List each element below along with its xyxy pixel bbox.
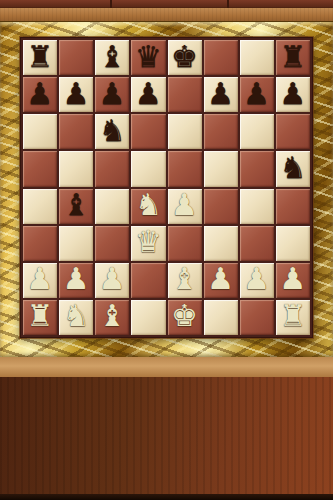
square-c8[interactable]: ♝ [95, 40, 129, 75]
square-h4[interactable] [276, 189, 310, 224]
piece-black-pawn[interactable]: ♟ [27, 79, 54, 109]
square-h6[interactable] [276, 114, 310, 149]
top-wood-strip [0, 8, 333, 22]
square-d8[interactable]: ♛ [131, 40, 165, 75]
piece-white-bishop[interactable]: ♝ [171, 264, 198, 294]
piece-white-knight[interactable]: ♞ [63, 301, 90, 331]
square-h7[interactable]: ♟ [276, 77, 310, 112]
piece-white-bishop[interactable]: ♝ [99, 301, 126, 331]
square-f7[interactable]: ♟ [204, 77, 238, 112]
square-f4[interactable] [204, 189, 238, 224]
piece-black-knight[interactable]: ♞ [99, 116, 126, 146]
square-a4[interactable] [23, 189, 57, 224]
square-f2[interactable]: ♟ [204, 263, 238, 298]
piece-black-bishop[interactable]: ♝ [63, 190, 90, 220]
square-f5[interactable] [204, 151, 238, 186]
square-h3[interactable] [276, 226, 310, 261]
square-e5[interactable] [168, 151, 202, 186]
piece-black-rook[interactable]: ♜ [279, 42, 306, 72]
square-c5[interactable] [95, 151, 129, 186]
square-d3[interactable]: ♛ [131, 226, 165, 261]
chess-board[interactable]: ♜♝♛♚♜♟♟♟♟♟♟♟♞♞♝♞♟♛♟♟♟♝♟♟♟♜♞♝♚♜ [20, 37, 313, 338]
piece-white-pawn[interactable]: ♟ [279, 264, 306, 294]
piece-black-pawn[interactable]: ♟ [135, 79, 162, 109]
square-e1[interactable]: ♚ [168, 300, 202, 335]
piece-black-pawn[interactable]: ♟ [243, 79, 270, 109]
square-a2[interactable]: ♟ [23, 263, 57, 298]
square-d1[interactable] [131, 300, 165, 335]
square-b8[interactable] [59, 40, 93, 75]
square-a6[interactable] [23, 114, 57, 149]
chess-app-screen: ♜♝♛♚♜♟♟♟♟♟♟♟♞♞♝♞♟♛♟♟♟♝♟♟♟♜♞♝♚♜ 121234567… [0, 0, 333, 500]
square-b3[interactable] [59, 226, 93, 261]
square-f3[interactable] [204, 226, 238, 261]
square-d7[interactable]: ♟ [131, 77, 165, 112]
piece-black-pawn[interactable]: ♟ [99, 79, 126, 109]
square-d5[interactable] [131, 151, 165, 186]
piece-black-pawn[interactable]: ♟ [279, 79, 306, 109]
square-b4[interactable]: ♝ [59, 189, 93, 224]
piece-white-rook[interactable]: ♜ [27, 301, 54, 331]
square-a8[interactable]: ♜ [23, 40, 57, 75]
plank-seam [227, 0, 229, 8]
square-h8[interactable]: ♜ [276, 40, 310, 75]
piece-black-queen[interactable]: ♛ [135, 42, 162, 72]
square-c2[interactable]: ♟ [95, 263, 129, 298]
square-c7[interactable]: ♟ [95, 77, 129, 112]
square-a7[interactable]: ♟ [23, 77, 57, 112]
square-g4[interactable] [240, 189, 274, 224]
square-e4[interactable]: ♟ [168, 189, 202, 224]
piece-white-pawn[interactable]: ♟ [63, 264, 90, 294]
piece-black-bishop[interactable]: ♝ [99, 42, 126, 72]
piece-white-rook[interactable]: ♜ [279, 301, 306, 331]
square-c3[interactable] [95, 226, 129, 261]
square-e7[interactable] [168, 77, 202, 112]
square-c6[interactable]: ♞ [95, 114, 129, 149]
piece-black-rook[interactable]: ♜ [27, 42, 54, 72]
piece-black-pawn[interactable]: ♟ [207, 79, 234, 109]
piece-white-pawn[interactable]: ♟ [99, 264, 126, 294]
square-e6[interactable] [168, 114, 202, 149]
piece-white-pawn[interactable]: ♟ [243, 264, 270, 294]
square-g3[interactable] [240, 226, 274, 261]
square-a5[interactable] [23, 151, 57, 186]
square-h1[interactable]: ♜ [276, 300, 310, 335]
bottom-shadow-edge [0, 494, 333, 500]
piece-black-king[interactable]: ♚ [171, 42, 198, 72]
square-d2[interactable] [131, 263, 165, 298]
piece-black-pawn[interactable]: ♟ [63, 79, 90, 109]
square-c1[interactable]: ♝ [95, 300, 129, 335]
square-b7[interactable]: ♟ [59, 77, 93, 112]
square-h5[interactable]: ♞ [276, 151, 310, 186]
square-d6[interactable] [131, 114, 165, 149]
square-f1[interactable] [204, 300, 238, 335]
square-g5[interactable] [240, 151, 274, 186]
piece-white-pawn[interactable]: ♟ [171, 190, 198, 220]
square-f8[interactable] [204, 40, 238, 75]
square-f6[interactable] [204, 114, 238, 149]
piece-white-knight[interactable]: ♞ [135, 190, 162, 220]
square-e2[interactable]: ♝ [168, 263, 202, 298]
piece-black-knight[interactable]: ♞ [279, 153, 306, 183]
lower-wood-strip [0, 357, 333, 378]
square-b6[interactable] [59, 114, 93, 149]
square-g1[interactable] [240, 300, 274, 335]
piece-white-king[interactable]: ♚ [171, 301, 198, 331]
square-b2[interactable]: ♟ [59, 263, 93, 298]
square-c4[interactable] [95, 189, 129, 224]
piece-white-queen[interactable]: ♛ [135, 227, 162, 257]
square-d4[interactable]: ♞ [131, 189, 165, 224]
piece-white-pawn[interactable]: ♟ [27, 264, 54, 294]
square-g8[interactable] [240, 40, 274, 75]
square-g7[interactable]: ♟ [240, 77, 274, 112]
board-gold-frame: ♜♝♛♚♜♟♟♟♟♟♟♟♞♞♝♞♟♛♟♟♟♝♟♟♟♜♞♝♚♜ [0, 21, 333, 358]
plank-seam [110, 0, 112, 8]
piece-white-pawn[interactable]: ♟ [207, 264, 234, 294]
square-e8[interactable]: ♚ [168, 40, 202, 75]
clock-zone: 121234567891011 121234567891011 ♜ ♜ k ne [0, 377, 333, 500]
square-g6[interactable] [240, 114, 274, 149]
square-e3[interactable] [168, 226, 202, 261]
square-g2[interactable]: ♟ [240, 263, 274, 298]
square-b5[interactable] [59, 151, 93, 186]
square-b1[interactable]: ♞ [59, 300, 93, 335]
top-wood-plank [0, 0, 333, 8]
square-h2[interactable]: ♟ [276, 263, 310, 298]
square-a1[interactable]: ♜ [23, 300, 57, 335]
square-a3[interactable] [23, 226, 57, 261]
